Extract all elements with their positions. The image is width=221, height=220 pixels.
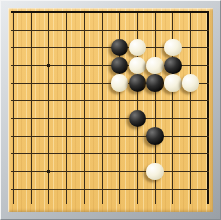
grid-vline <box>13 12 14 205</box>
grid-vline <box>102 12 103 205</box>
grid-hline <box>11 171 210 172</box>
grid-hline <box>11 189 210 190</box>
board-overlay <box>0 0 221 220</box>
grid-hline <box>11 30 210 31</box>
white-stone <box>146 163 164 181</box>
grid-hline <box>11 100 210 101</box>
grid-vline <box>31 12 32 205</box>
white-stone <box>146 57 164 75</box>
grid-vline <box>190 12 191 205</box>
black-stone <box>146 74 164 92</box>
grid-vline <box>84 12 85 205</box>
star-point <box>47 170 50 173</box>
black-stone <box>146 127 164 145</box>
white-stone <box>164 74 182 92</box>
grid-hline <box>11 153 210 154</box>
grid-vline <box>48 12 49 205</box>
black-stone <box>129 110 147 128</box>
grid-hline <box>11 136 210 137</box>
board-edge-line-right <box>207 12 209 205</box>
grid-hline <box>11 118 210 119</box>
black-stone <box>111 39 129 57</box>
board-edge-line-top <box>11 11 210 13</box>
black-stone <box>164 57 182 75</box>
star-point <box>47 64 50 67</box>
go-board-window <box>0 0 221 220</box>
white-stone <box>129 57 147 75</box>
grid-vline <box>66 12 67 205</box>
white-stone <box>129 39 147 57</box>
white-stone <box>111 74 129 92</box>
white-stone <box>182 74 200 92</box>
white-stone <box>164 39 182 57</box>
black-stone <box>111 57 129 75</box>
black-stone <box>129 74 147 92</box>
